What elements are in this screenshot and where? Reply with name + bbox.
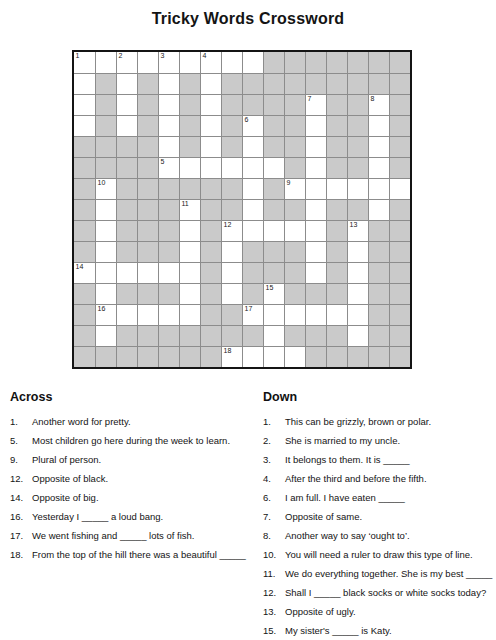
down-clue-8: 8.Another way to say ‘ought to’. bbox=[263, 530, 493, 542]
block-cell-r14c15 bbox=[368, 325, 389, 346]
block-cell-r14c16 bbox=[389, 325, 410, 346]
cell-r9c8[interactable]: 12 bbox=[221, 220, 242, 241]
block-cell-r14c7 bbox=[200, 325, 221, 346]
cell-r13c3[interactable] bbox=[116, 304, 137, 325]
cell-r6c7[interactable] bbox=[200, 157, 221, 178]
cell-r4c7[interactable] bbox=[200, 115, 221, 136]
cell-r9c12[interactable] bbox=[305, 220, 326, 241]
across-clue-text: Opposite of big. bbox=[32, 492, 260, 504]
down-clue-10: 10.You will need a ruler to draw this ty… bbox=[263, 549, 493, 561]
block-cell-r9c13 bbox=[326, 220, 347, 241]
down-clue-number: 6. bbox=[263, 492, 279, 504]
cell-r12c14[interactable] bbox=[347, 283, 368, 304]
block-cell-r8c16 bbox=[389, 199, 410, 220]
across-clue-number: 16. bbox=[10, 511, 26, 523]
cell-r7c14[interactable] bbox=[347, 178, 368, 199]
down-clue-number: 11. bbox=[263, 568, 279, 580]
block-cell-r12c4 bbox=[137, 283, 158, 304]
across-clue-text: Plural of person. bbox=[32, 454, 260, 466]
block-cell-r2c15 bbox=[368, 73, 389, 94]
block-cell-r15c4 bbox=[137, 346, 158, 367]
block-cell-r15c13 bbox=[326, 346, 347, 367]
block-cell-r12c5 bbox=[158, 283, 179, 304]
block-cell-r14c12 bbox=[305, 325, 326, 346]
block-cell-r13c7 bbox=[200, 304, 221, 325]
block-cell-r9c7 bbox=[200, 220, 221, 241]
down-clue-1: 1.This can be grizzly, brown or polar. bbox=[263, 416, 493, 428]
block-cell-r6c4 bbox=[137, 157, 158, 178]
cell-r14c14[interactable] bbox=[347, 325, 368, 346]
cell-r5c12[interactable] bbox=[305, 136, 326, 157]
down-clue-6: 6.I am full. I have eaten _____ bbox=[263, 492, 493, 504]
block-cell-r3c11 bbox=[284, 94, 305, 115]
cell-r2c1[interactable] bbox=[74, 73, 95, 94]
cell-r5c7[interactable] bbox=[200, 136, 221, 157]
block-cell-r7c8 bbox=[221, 178, 242, 199]
block-cell-r1c16 bbox=[389, 52, 410, 73]
block-cell-r6c13 bbox=[326, 157, 347, 178]
block-cell-r7c6 bbox=[179, 178, 200, 199]
cell-number-9: 9 bbox=[287, 179, 291, 187]
cell-r6c12[interactable] bbox=[305, 157, 326, 178]
down-clue-4: 4.After the third and before the fifth. bbox=[263, 473, 493, 485]
block-cell-r2c8 bbox=[221, 73, 242, 94]
cell-r1c4[interactable] bbox=[137, 52, 158, 73]
cell-r9c2[interactable] bbox=[95, 220, 116, 241]
cell-r7c13[interactable] bbox=[326, 178, 347, 199]
cell-r10c12[interactable] bbox=[305, 241, 326, 262]
block-cell-r5c14 bbox=[347, 136, 368, 157]
cell-r13c4[interactable] bbox=[137, 304, 158, 325]
across-clue-text: Yesterday I _____ a loud bang. bbox=[32, 511, 260, 523]
block-cell-r6c3 bbox=[116, 157, 137, 178]
down-clue-text: Opposite of ugly. bbox=[285, 606, 493, 618]
across-clue-text: From the top of the hill there was a bea… bbox=[32, 549, 260, 561]
block-cell-r11c13 bbox=[326, 262, 347, 283]
block-cell-r14c5 bbox=[158, 325, 179, 346]
down-clue-number: 7. bbox=[263, 511, 279, 523]
cell-r4c12[interactable] bbox=[305, 115, 326, 136]
block-cell-r8c1 bbox=[74, 199, 95, 220]
block-cell-r15c2 bbox=[95, 346, 116, 367]
block-cell-r1c13 bbox=[326, 52, 347, 73]
cell-r9c11[interactable] bbox=[284, 220, 305, 241]
block-cell-r3c14 bbox=[347, 94, 368, 115]
block-cell-r14c13 bbox=[326, 325, 347, 346]
across-clue-number: 5. bbox=[10, 435, 26, 447]
block-cell-r3c4 bbox=[137, 94, 158, 115]
cell-r12c10[interactable]: 15 bbox=[263, 283, 284, 304]
cell-r10c8[interactable] bbox=[221, 241, 242, 262]
cell-r7c15[interactable] bbox=[368, 178, 389, 199]
block-cell-r10c7 bbox=[200, 241, 221, 262]
cell-r8c9[interactable] bbox=[242, 199, 263, 220]
cell-r15c8[interactable]: 18 bbox=[221, 346, 242, 367]
block-cell-r12c3 bbox=[116, 283, 137, 304]
down-clue-15: 15.My sister's _____ is Katy. bbox=[263, 625, 493, 637]
block-cell-r14c11 bbox=[284, 325, 305, 346]
block-cell-r8c5 bbox=[158, 199, 179, 220]
block-cell-r14c4 bbox=[137, 325, 158, 346]
cell-r3c7[interactable] bbox=[200, 94, 221, 115]
cell-r2c3[interactable] bbox=[116, 73, 137, 94]
cell-r1c8[interactable] bbox=[221, 52, 242, 73]
down-clue-number: 2. bbox=[263, 435, 279, 447]
cell-r13c11[interactable] bbox=[284, 304, 305, 325]
cell-r12c2[interactable] bbox=[95, 283, 116, 304]
across-header: Across bbox=[10, 390, 260, 404]
cell-r8c2[interactable] bbox=[95, 199, 116, 220]
block-cell-r8c7 bbox=[200, 199, 221, 220]
block-cell-r15c15 bbox=[368, 346, 389, 367]
block-cell-r4c4 bbox=[137, 115, 158, 136]
block-cell-r5c16 bbox=[389, 136, 410, 157]
cell-r4c1[interactable] bbox=[74, 115, 95, 136]
block-cell-r5c6 bbox=[179, 136, 200, 157]
cell-r10c2[interactable] bbox=[95, 241, 116, 262]
block-cell-r7c3 bbox=[116, 178, 137, 199]
cell-number-8: 8 bbox=[371, 95, 375, 103]
across-clue-text: Most children go here during the week to… bbox=[32, 435, 260, 447]
block-cell-r2c9 bbox=[242, 73, 263, 94]
across-clue-text: Another word for pretty. bbox=[32, 416, 260, 428]
cell-r6c6[interactable] bbox=[179, 157, 200, 178]
down-clue-number: 10. bbox=[263, 549, 279, 561]
block-cell-r5c8 bbox=[221, 136, 242, 157]
down-clue-number: 3. bbox=[263, 454, 279, 466]
cell-r1c3[interactable]: 2 bbox=[116, 52, 137, 73]
block-cell-r9c5 bbox=[158, 220, 179, 241]
cell-r1c9[interactable] bbox=[242, 52, 263, 73]
across-clue-17: 17.We went fishing and _____ lots of fis… bbox=[10, 530, 260, 542]
block-cell-r4c16 bbox=[389, 115, 410, 136]
cell-r2c7[interactable] bbox=[200, 73, 221, 94]
cell-r1c2[interactable] bbox=[95, 52, 116, 73]
cell-r4c9[interactable]: 6 bbox=[242, 115, 263, 136]
down-clue-number: 8. bbox=[263, 530, 279, 542]
down-clue-number: 12. bbox=[263, 587, 279, 599]
cell-r4c5[interactable] bbox=[158, 115, 179, 136]
block-cell-r3c6 bbox=[179, 94, 200, 115]
block-cell-r5c11 bbox=[284, 136, 305, 157]
cell-number-13: 13 bbox=[350, 221, 358, 229]
cell-r8c15[interactable] bbox=[368, 199, 389, 220]
down-clue-number: 15. bbox=[263, 625, 279, 637]
cell-r5c5[interactable] bbox=[158, 136, 179, 157]
cell-r8c6[interactable]: 11 bbox=[179, 199, 200, 220]
down-clue-list: 1.This can be grizzly, brown or polar.2.… bbox=[263, 416, 493, 637]
cell-r6c10[interactable] bbox=[263, 157, 284, 178]
cell-r13c2[interactable]: 16 bbox=[95, 304, 116, 325]
cell-number-10: 10 bbox=[98, 179, 106, 187]
block-cell-r12c7 bbox=[200, 283, 221, 304]
block-cell-r9c4 bbox=[137, 220, 158, 241]
cell-r7c12[interactable] bbox=[305, 178, 326, 199]
cell-r13c9[interactable]: 17 bbox=[242, 304, 263, 325]
across-clues-section: Across 1.Another word for pretty.5.Most … bbox=[10, 390, 260, 568]
down-header: Down bbox=[263, 390, 493, 404]
cell-r5c9[interactable] bbox=[242, 136, 263, 157]
block-cell-r15c5 bbox=[158, 346, 179, 367]
cell-r15c9[interactable] bbox=[242, 346, 263, 367]
across-clue-number: 14. bbox=[10, 492, 26, 504]
block-cell-r10c5 bbox=[158, 241, 179, 262]
down-clue-text: It belongs to them. It is _____ bbox=[285, 454, 493, 466]
block-cell-r6c2 bbox=[95, 157, 116, 178]
block-cell-r10c4 bbox=[137, 241, 158, 262]
block-cell-r8c8 bbox=[221, 199, 242, 220]
cell-r13c10[interactable] bbox=[263, 304, 284, 325]
block-cell-r10c11 bbox=[284, 241, 305, 262]
cell-r13c14[interactable] bbox=[347, 304, 368, 325]
across-clue-9: 9.Plural of person. bbox=[10, 454, 260, 466]
down-clue-text: Another way to say ‘ought to’. bbox=[285, 530, 493, 542]
cell-r13c13[interactable] bbox=[326, 304, 347, 325]
block-cell-r12c1 bbox=[74, 283, 95, 304]
block-cell-r12c15 bbox=[368, 283, 389, 304]
block-cell-r13c8 bbox=[221, 304, 242, 325]
cell-r11c3[interactable] bbox=[116, 262, 137, 283]
down-clue-text: This can be grizzly, brown or polar. bbox=[285, 416, 493, 428]
block-cell-r12c16 bbox=[389, 283, 410, 304]
block-cell-r9c15 bbox=[368, 220, 389, 241]
block-cell-r5c13 bbox=[326, 136, 347, 157]
block-cell-r11c10 bbox=[263, 262, 284, 283]
block-cell-r9c3 bbox=[116, 220, 137, 241]
down-clue-text: I am full. I have eaten _____ bbox=[285, 492, 493, 504]
cell-r7c16[interactable] bbox=[389, 178, 410, 199]
down-clue-text: She is married to my uncle. bbox=[285, 435, 493, 447]
cell-number-16: 16 bbox=[98, 305, 106, 313]
block-cell-r15c14 bbox=[347, 346, 368, 367]
block-cell-r12c11 bbox=[284, 283, 305, 304]
across-clue-1: 1.Another word for pretty. bbox=[10, 416, 260, 428]
across-clue-5: 5.Most children go here during the week … bbox=[10, 435, 260, 447]
block-cell-r4c6 bbox=[179, 115, 200, 136]
cell-r3c1[interactable] bbox=[74, 94, 95, 115]
cell-r4c15[interactable] bbox=[368, 115, 389, 136]
cell-r3c3[interactable] bbox=[116, 94, 137, 115]
block-cell-r4c13 bbox=[326, 115, 347, 136]
block-cell-r14c8 bbox=[221, 325, 242, 346]
block-cell-r8c14 bbox=[347, 199, 368, 220]
block-cell-r6c16 bbox=[389, 157, 410, 178]
block-cell-r10c13 bbox=[326, 241, 347, 262]
block-cell-r1c11 bbox=[284, 52, 305, 73]
across-clue-number: 18. bbox=[10, 549, 26, 561]
cell-r11c4[interactable] bbox=[137, 262, 158, 283]
cell-number-6: 6 bbox=[245, 116, 249, 124]
block-cell-r10c15 bbox=[368, 241, 389, 262]
block-cell-r10c3 bbox=[116, 241, 137, 262]
block-cell-r1c15 bbox=[368, 52, 389, 73]
block-cell-r13c1 bbox=[74, 304, 95, 325]
cell-r6c15[interactable] bbox=[368, 157, 389, 178]
block-cell-r5c10 bbox=[263, 136, 284, 157]
cell-r8c12[interactable] bbox=[305, 199, 326, 220]
cell-r9c6[interactable] bbox=[179, 220, 200, 241]
cell-number-4: 4 bbox=[203, 52, 207, 60]
across-clue-number: 12. bbox=[10, 473, 26, 485]
cell-r1c6[interactable] bbox=[179, 52, 200, 73]
block-cell-r2c10 bbox=[263, 73, 284, 94]
down-clue-text: You will need a ruler to draw this type … bbox=[285, 549, 493, 561]
block-cell-r8c3 bbox=[116, 199, 137, 220]
across-clue-12: 12.Opposite of black. bbox=[10, 473, 260, 485]
down-clue-text: Opposite of same. bbox=[285, 511, 493, 523]
down-clue-text: Shall I _____ black socks or white socks… bbox=[285, 587, 493, 599]
cell-r9c14[interactable]: 13 bbox=[347, 220, 368, 241]
block-cell-r9c1 bbox=[74, 220, 95, 241]
block-cell-r2c6 bbox=[179, 73, 200, 94]
cell-r10c6[interactable] bbox=[179, 241, 200, 262]
cell-r2c5[interactable] bbox=[158, 73, 179, 94]
across-clue-14: 14.Opposite of big. bbox=[10, 492, 260, 504]
cell-r11c8[interactable] bbox=[221, 262, 242, 283]
block-cell-r10c1 bbox=[74, 241, 95, 262]
down-clue-text: My sister's _____ is Katy. bbox=[285, 625, 493, 637]
block-cell-r10c9 bbox=[242, 241, 263, 262]
cell-r13c5[interactable] bbox=[158, 304, 179, 325]
cell-r12c8[interactable] bbox=[221, 283, 242, 304]
across-clue-text: We went fishing and _____ lots of fish. bbox=[32, 530, 260, 542]
cell-r6c9[interactable] bbox=[242, 157, 263, 178]
cell-r13c6[interactable] bbox=[179, 304, 200, 325]
across-clue-number: 17. bbox=[10, 530, 26, 542]
block-cell-r11c9 bbox=[242, 262, 263, 283]
across-clue-16: 16.Yesterday I _____ a loud bang. bbox=[10, 511, 260, 523]
block-cell-r3c16 bbox=[389, 94, 410, 115]
block-cell-r1c12 bbox=[305, 52, 326, 73]
cell-r15c11[interactable] bbox=[284, 346, 305, 367]
cell-r15c10[interactable] bbox=[263, 346, 284, 367]
cell-r13c12[interactable] bbox=[305, 304, 326, 325]
block-cell-r7c5 bbox=[158, 178, 179, 199]
cell-r7c2[interactable]: 10 bbox=[95, 178, 116, 199]
cell-r11c14[interactable] bbox=[347, 262, 368, 283]
block-cell-r8c11 bbox=[284, 199, 305, 220]
block-cell-r3c10 bbox=[263, 94, 284, 115]
cell-number-12: 12 bbox=[224, 221, 232, 229]
block-cell-r15c3 bbox=[116, 346, 137, 367]
cell-r14c2[interactable] bbox=[95, 325, 116, 346]
down-clue-2: 2.She is married to my uncle. bbox=[263, 435, 493, 447]
cell-r1c7[interactable]: 4 bbox=[200, 52, 221, 73]
block-cell-r7c4 bbox=[137, 178, 158, 199]
block-cell-r9c16 bbox=[389, 220, 410, 241]
block-cell-r11c7 bbox=[200, 262, 221, 283]
block-cell-r15c12 bbox=[305, 346, 326, 367]
cell-r3c12[interactable]: 7 bbox=[305, 94, 326, 115]
block-cell-r1c10 bbox=[263, 52, 284, 73]
cell-r11c1[interactable]: 14 bbox=[74, 262, 95, 283]
block-cell-r2c14 bbox=[347, 73, 368, 94]
block-cell-r3c2 bbox=[95, 94, 116, 115]
down-clue-13: 13.Opposite of ugly. bbox=[263, 606, 493, 618]
block-cell-r14c1 bbox=[74, 325, 95, 346]
cell-r6c8[interactable] bbox=[221, 157, 242, 178]
block-cell-r2c12 bbox=[305, 73, 326, 94]
page-title: Tricky Words Crossword bbox=[0, 10, 496, 28]
down-clue-number: 4. bbox=[263, 473, 279, 485]
cell-number-2: 2 bbox=[119, 52, 123, 60]
block-cell-r14c3 bbox=[116, 325, 137, 346]
cell-r11c2[interactable] bbox=[95, 262, 116, 283]
cell-r1c5[interactable]: 3 bbox=[158, 52, 179, 73]
down-clue-7: 7.Opposite of same. bbox=[263, 511, 493, 523]
block-cell-r6c1 bbox=[74, 157, 95, 178]
cell-number-1: 1 bbox=[76, 52, 80, 60]
cell-r11c12[interactable] bbox=[305, 262, 326, 283]
crossword-grid: 123478651091112131415161718 bbox=[72, 50, 412, 369]
block-cell-r4c8 bbox=[221, 115, 242, 136]
cell-number-7: 7 bbox=[308, 95, 312, 103]
block-cell-r5c2 bbox=[95, 136, 116, 157]
across-clue-number: 9. bbox=[10, 454, 26, 466]
block-cell-r12c13 bbox=[326, 283, 347, 304]
cell-r11c5[interactable] bbox=[158, 262, 179, 283]
cell-r14c10[interactable] bbox=[263, 325, 284, 346]
cell-r5c15[interactable] bbox=[368, 136, 389, 157]
cell-r9c10[interactable] bbox=[263, 220, 284, 241]
block-cell-r2c13 bbox=[326, 73, 347, 94]
across-clue-number: 1. bbox=[10, 416, 26, 428]
cell-r3c5[interactable] bbox=[158, 94, 179, 115]
cell-r7c11[interactable]: 9 bbox=[284, 178, 305, 199]
cell-r11c6[interactable] bbox=[179, 262, 200, 283]
block-cell-r11c16 bbox=[389, 262, 410, 283]
block-cell-r15c16 bbox=[389, 346, 410, 367]
block-cell-r7c7 bbox=[200, 178, 221, 199]
cell-r4c3[interactable] bbox=[116, 115, 137, 136]
across-clue-text: Opposite of black. bbox=[32, 473, 260, 485]
across-clue-18: 18.From the top of the hill there was a … bbox=[10, 549, 260, 561]
block-cell-r13c16 bbox=[389, 304, 410, 325]
down-clue-number: 13. bbox=[263, 606, 279, 618]
block-cell-r14c6 bbox=[179, 325, 200, 346]
block-cell-r4c14 bbox=[347, 115, 368, 136]
block-cell-r7c10 bbox=[263, 178, 284, 199]
cell-r1c1[interactable]: 1 bbox=[74, 52, 95, 73]
block-cell-r3c8 bbox=[221, 94, 242, 115]
block-cell-r12c12 bbox=[305, 283, 326, 304]
block-cell-r2c11 bbox=[284, 73, 305, 94]
cell-r10c14[interactable] bbox=[347, 241, 368, 262]
cell-r9c9[interactable] bbox=[242, 220, 263, 241]
cell-r12c6[interactable] bbox=[179, 283, 200, 304]
block-cell-r5c4 bbox=[137, 136, 158, 157]
down-clue-12: 12.Shall I _____ black socks or white so… bbox=[263, 587, 493, 599]
block-cell-r4c2 bbox=[95, 115, 116, 136]
block-cell-r2c2 bbox=[95, 73, 116, 94]
cell-r7c9[interactable] bbox=[242, 178, 263, 199]
block-cell-r12c9 bbox=[242, 283, 263, 304]
block-cell-r8c13 bbox=[326, 199, 347, 220]
block-cell-r11c11 bbox=[284, 262, 305, 283]
cell-number-5: 5 bbox=[161, 158, 165, 166]
block-cell-r10c10 bbox=[263, 241, 284, 262]
block-cell-r14c9 bbox=[242, 325, 263, 346]
block-cell-r15c7 bbox=[200, 346, 221, 367]
block-cell-r5c1 bbox=[74, 136, 95, 157]
block-cell-r5c3 bbox=[116, 136, 137, 157]
block-cell-r2c4 bbox=[137, 73, 158, 94]
cell-number-3: 3 bbox=[161, 52, 165, 60]
down-clue-3: 3.It belongs to them. It is _____ bbox=[263, 454, 493, 466]
cell-r6c5[interactable]: 5 bbox=[158, 157, 179, 178]
cell-number-14: 14 bbox=[76, 263, 84, 271]
cell-r3c15[interactable]: 8 bbox=[368, 94, 389, 115]
